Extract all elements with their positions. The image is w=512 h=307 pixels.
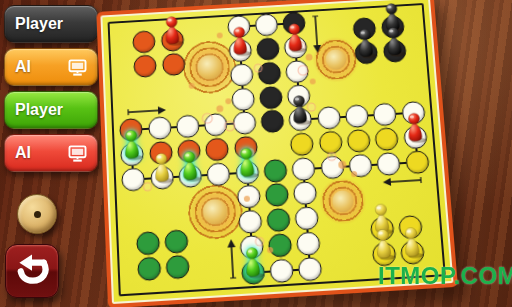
player-button-label: Player [15, 101, 63, 119]
red-goal-cell [205, 137, 229, 161]
track-cell [293, 181, 318, 205]
red-home-cell [161, 53, 185, 77]
yellow-goal-cell [375, 127, 400, 151]
paint-bubble-decoration [255, 237, 265, 247]
track-cell [147, 116, 171, 140]
pawn-yellow[interactable] [372, 228, 395, 261]
track-cell [377, 152, 402, 176]
track-cell [298, 256, 323, 281]
track-cell [176, 115, 200, 139]
green-goal-cell [263, 158, 287, 182]
undo-arrow-icon [14, 251, 50, 291]
player-button-label: AI [15, 144, 31, 162]
pawn-red[interactable] [161, 16, 182, 47]
yellow-goal-cell [290, 132, 314, 156]
spiral-decoration [318, 177, 367, 226]
ludo-game-screen: Player AI Player AI [0, 0, 512, 307]
board-surface [96, 0, 458, 307]
ludo-board [96, 0, 458, 307]
track-cell [229, 63, 253, 87]
paint-bubble-decoration [226, 98, 232, 104]
player-button-label: Player [15, 15, 63, 33]
pawn-red[interactable] [403, 112, 425, 144]
track-cell [121, 167, 145, 191]
player-button-2[interactable]: AI [4, 48, 98, 86]
paint-bubble-decoration [216, 105, 223, 112]
pawn-red[interactable] [229, 26, 250, 57]
green-home-cell [135, 231, 159, 256]
back-button[interactable] [5, 244, 59, 298]
paint-bubble-decoration [309, 78, 315, 84]
paint-bubble-decoration [306, 54, 313, 61]
direction-arrow-left [381, 174, 422, 188]
paint-bubble-decoration [351, 171, 357, 177]
track-cell [255, 14, 279, 37]
track-cell [373, 103, 398, 127]
die-pip [34, 211, 41, 218]
pawn-black[interactable] [355, 28, 377, 59]
pawn-green[interactable] [241, 246, 263, 279]
red-home-cell [133, 54, 157, 78]
monitor-icon [68, 59, 87, 76]
player-button-label: AI [15, 58, 31, 76]
dice[interactable] [17, 194, 57, 234]
monitor-icon [68, 145, 87, 162]
player-button-4[interactable]: AI [4, 134, 98, 172]
track-cell [231, 87, 255, 111]
green-home-cell [164, 229, 188, 254]
pawn-red[interactable] [285, 23, 307, 54]
track-cell [345, 104, 369, 128]
paint-bubble-decoration [216, 32, 222, 38]
green-home-cell [137, 256, 161, 281]
pawn-black[interactable] [383, 26, 405, 57]
black-goal-cell [259, 85, 283, 109]
pawn-yellow[interactable] [401, 226, 424, 259]
track-cell [317, 106, 341, 130]
player-button-3[interactable]: Player [4, 91, 98, 129]
paint-bubble-decoration [338, 161, 347, 169]
track-cell [232, 111, 256, 135]
black-goal-cell [260, 110, 284, 134]
board-grid[interactable] [113, 4, 441, 293]
track-cell [238, 210, 263, 235]
direction-arrow-right [127, 104, 167, 118]
player-button-1[interactable]: Player [4, 5, 98, 43]
black-goal-cell [256, 37, 280, 61]
yellow-start-cell [405, 150, 430, 174]
pawn-black[interactable] [289, 95, 311, 127]
track-cell [295, 206, 320, 231]
track-cell [269, 258, 294, 283]
green-goal-cell [268, 233, 293, 258]
spiral-decoration [186, 183, 243, 241]
pawn-yellow[interactable] [151, 152, 172, 184]
pawn-green[interactable] [179, 150, 201, 182]
track-cell [292, 157, 317, 181]
yellow-goal-cell [347, 129, 372, 153]
green-home-cell [165, 254, 189, 279]
track-cell [296, 231, 321, 256]
pawn-green[interactable] [121, 129, 142, 161]
red-home-cell [132, 30, 156, 54]
track-cell [206, 162, 230, 186]
pawn-green[interactable] [236, 147, 258, 179]
watermark-text: ITMOP.COM [378, 262, 512, 290]
green-goal-cell [266, 208, 291, 233]
green-goal-cell [265, 183, 290, 208]
